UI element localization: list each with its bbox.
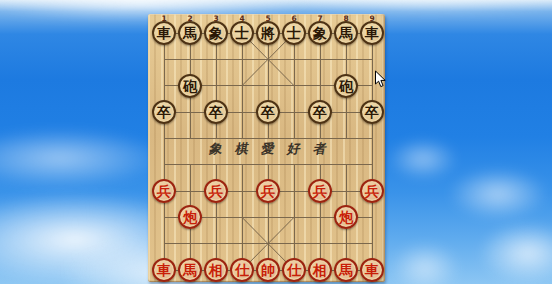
board-point: 象 [203, 20, 229, 46]
black-piece-卒[interactable]: 卒 [360, 100, 384, 124]
board-point: 仕 [281, 257, 307, 283]
red-piece-兵[interactable]: 兵 [204, 179, 228, 203]
red-piece-仕[interactable]: 仕 [230, 258, 254, 282]
board-point: 兵 [359, 178, 385, 204]
board-point: 相 [203, 257, 229, 283]
board-point: 卒 [307, 99, 333, 125]
board-point: 砲 [333, 72, 359, 98]
red-piece-兵[interactable]: 兵 [360, 179, 384, 203]
black-piece-士[interactable]: 士 [282, 21, 306, 45]
cloud [478, 222, 552, 284]
black-piece-卒[interactable]: 卒 [204, 100, 228, 124]
board-point: 炮 [333, 204, 359, 230]
black-piece-將[interactable]: 將 [256, 21, 280, 45]
black-piece-砲[interactable]: 砲 [334, 74, 358, 98]
board-point: 士 [281, 20, 307, 46]
red-piece-炮[interactable]: 炮 [178, 205, 202, 229]
black-piece-象[interactable]: 象 [308, 21, 332, 45]
red-piece-炮[interactable]: 炮 [334, 205, 358, 229]
board-point: 帥 [255, 257, 281, 283]
board-point: 炮 [177, 204, 203, 230]
black-piece-馬[interactable]: 馬 [178, 21, 202, 45]
cloud [390, 242, 460, 284]
cloud [448, 168, 548, 220]
mouse-cursor [374, 70, 387, 89]
board-point: 卒 [255, 99, 281, 125]
black-piece-象[interactable]: 象 [204, 21, 228, 45]
board-point: 卒 [203, 99, 229, 125]
red-piece-仕[interactable]: 仕 [282, 258, 306, 282]
board-point: 車 [359, 257, 385, 283]
board-point: 馬 [177, 257, 203, 283]
red-piece-兵[interactable]: 兵 [256, 179, 280, 203]
board-point: 象 [307, 20, 333, 46]
black-piece-砲[interactable]: 砲 [178, 74, 202, 98]
black-piece-卒[interactable]: 卒 [308, 100, 332, 124]
board-point: 兵 [307, 178, 333, 204]
black-piece-士[interactable]: 士 [230, 21, 254, 45]
board-point: 車 [359, 20, 385, 46]
black-piece-卒[interactable]: 卒 [256, 100, 280, 124]
black-piece-卒[interactable]: 卒 [152, 100, 176, 124]
pieces-grid: 車馬象士將士象馬車砲砲卒卒卒卒卒兵兵兵兵兵炮炮車馬相仕帥仕相馬車 [151, 20, 385, 283]
board-point: 仕 [229, 257, 255, 283]
xiangqi-board: 123456789 象棋愛好者 車馬象士將士象馬車砲砲卒卒卒卒卒兵兵兵兵兵炮炮車… [148, 14, 385, 282]
board-point: 兵 [203, 178, 229, 204]
red-piece-相[interactable]: 相 [308, 258, 332, 282]
board-point: 士 [229, 20, 255, 46]
board-point: 將 [255, 20, 281, 46]
red-piece-兵[interactable]: 兵 [152, 179, 176, 203]
black-piece-車[interactable]: 車 [360, 21, 384, 45]
desktop-background: 123456789 象棋愛好者 車馬象士將士象馬車砲砲卒卒卒卒卒兵兵兵兵兵炮炮車… [0, 0, 552, 284]
red-piece-兵[interactable]: 兵 [308, 179, 332, 203]
board-point: 馬 [333, 257, 359, 283]
board-point: 砲 [177, 72, 203, 98]
board-point: 車 [151, 20, 177, 46]
board-point: 馬 [177, 20, 203, 46]
board-point: 兵 [255, 178, 281, 204]
red-piece-車[interactable]: 車 [152, 258, 176, 282]
board-point: 兵 [151, 178, 177, 204]
cloud [0, 128, 165, 188]
black-piece-車[interactable]: 車 [152, 21, 176, 45]
board-point: 卒 [359, 99, 385, 125]
red-piece-馬[interactable]: 馬 [334, 258, 358, 282]
red-piece-帥[interactable]: 帥 [256, 258, 280, 282]
red-piece-馬[interactable]: 馬 [178, 258, 202, 282]
board-point: 相 [307, 257, 333, 283]
red-piece-相[interactable]: 相 [204, 258, 228, 282]
board-point: 卒 [151, 99, 177, 125]
cloud [388, 138, 458, 180]
black-piece-馬[interactable]: 馬 [334, 21, 358, 45]
red-piece-車[interactable]: 車 [360, 258, 384, 282]
cloud [280, 0, 552, 14]
board-point: 車 [151, 257, 177, 283]
board-point: 馬 [333, 20, 359, 46]
